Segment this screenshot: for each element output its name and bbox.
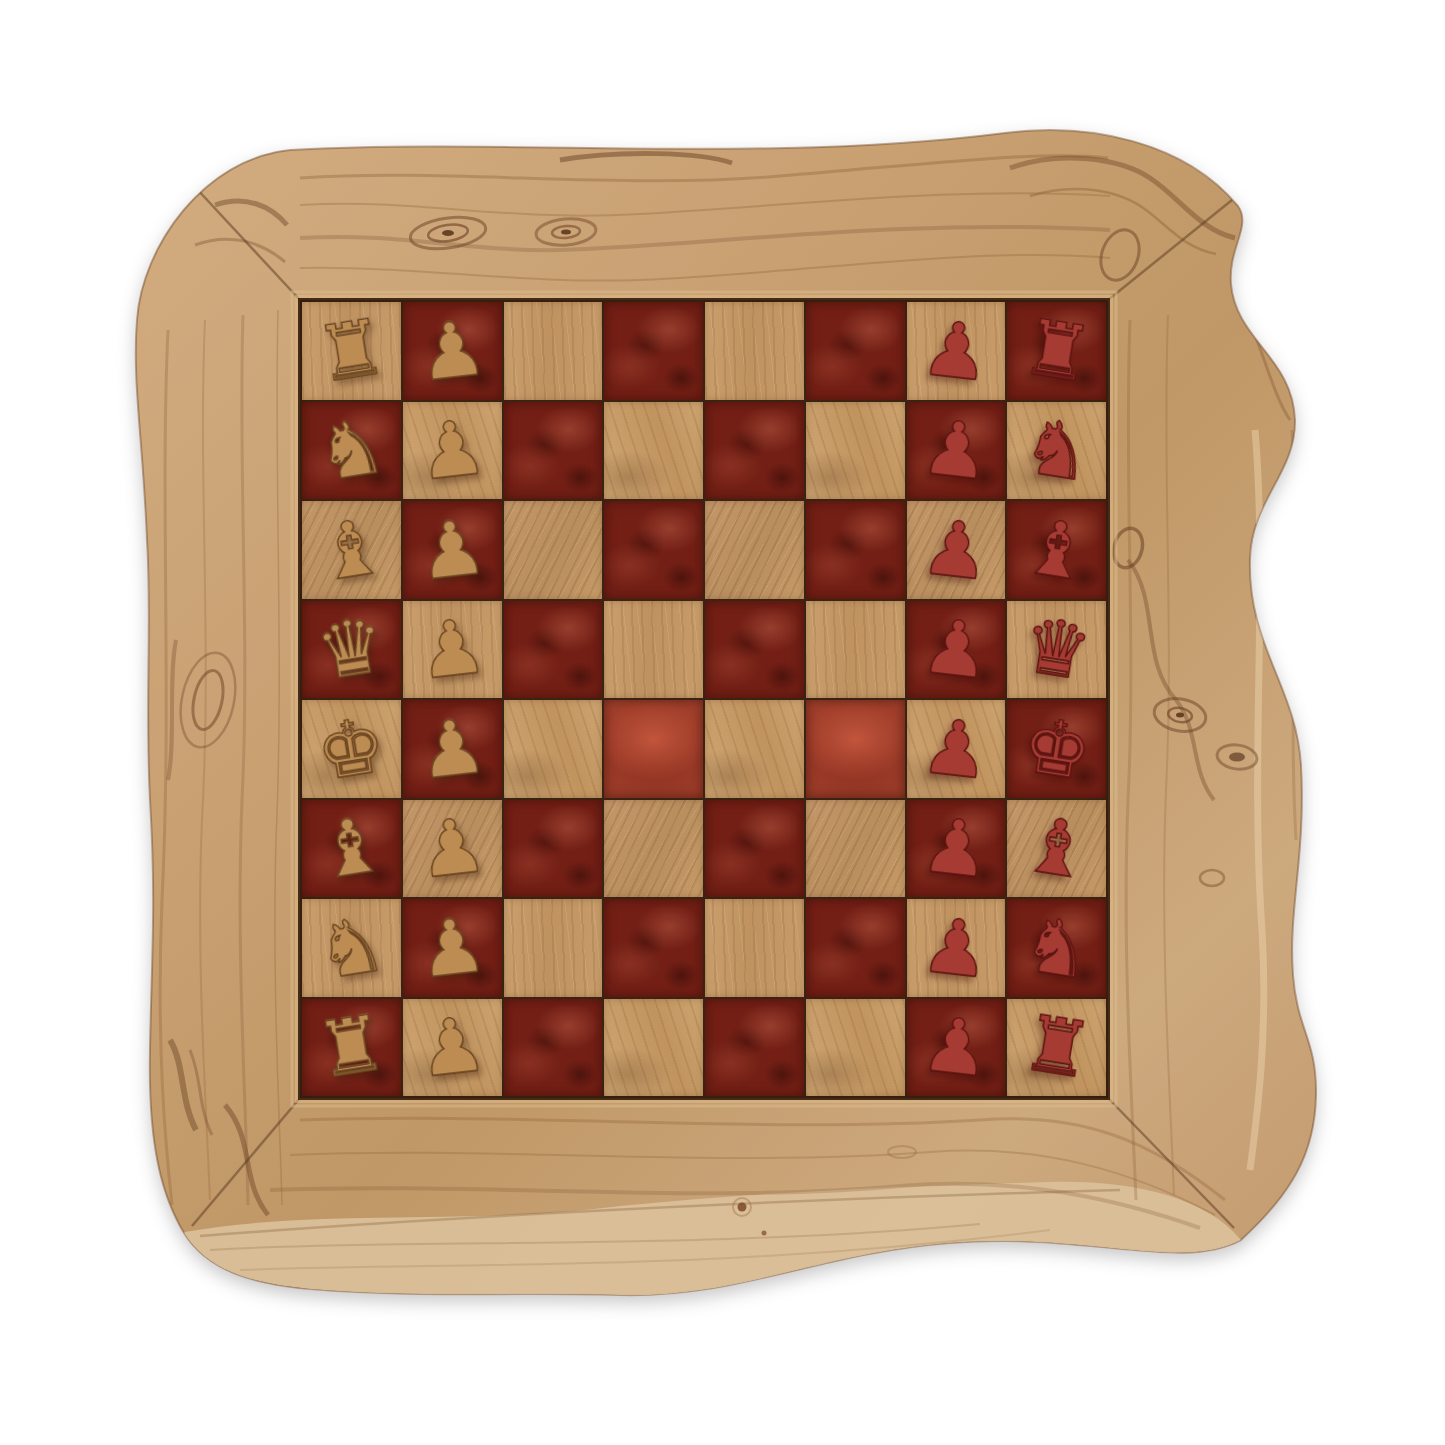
square-a1[interactable]: ♜ xyxy=(302,302,401,400)
square-d1[interactable]: ♛ xyxy=(302,601,401,699)
square-h4[interactable] xyxy=(604,999,703,1097)
square-c6[interactable] xyxy=(806,501,905,599)
piece-white-B-c1[interactable]: ♝ xyxy=(312,507,391,593)
square-c1[interactable]: ♝ xyxy=(302,501,401,599)
square-d8[interactable]: ♛ xyxy=(1007,601,1106,699)
square-d7[interactable]: ♟ xyxy=(907,601,1006,699)
square-e7[interactable]: ♟ xyxy=(907,700,1006,798)
square-g8[interactable]: ♞ xyxy=(1007,899,1106,997)
piece-red-P-d7[interactable]: ♟ xyxy=(918,608,994,691)
square-f4[interactable] xyxy=(604,800,703,898)
square-e2[interactable]: ♟ xyxy=(403,700,502,798)
piece-red-P-g7[interactable]: ♟ xyxy=(918,906,994,989)
piece-white-R-h1[interactable]: ♜ xyxy=(312,1004,391,1090)
square-b8[interactable]: ♞ xyxy=(1007,402,1106,500)
square-g1[interactable]: ♞ xyxy=(302,899,401,997)
piece-red-P-e7[interactable]: ♟ xyxy=(918,707,994,790)
square-f7[interactable]: ♟ xyxy=(907,800,1006,898)
piece-white-P-f2[interactable]: ♟ xyxy=(414,807,490,890)
piece-red-Q-d8[interactable]: ♛ xyxy=(1017,606,1096,692)
square-c3[interactable] xyxy=(504,501,603,599)
square-e3[interactable] xyxy=(504,700,603,798)
square-h1[interactable]: ♜ xyxy=(302,999,401,1097)
square-h5[interactable] xyxy=(705,999,804,1097)
square-f2[interactable]: ♟ xyxy=(403,800,502,898)
piece-white-R-a1[interactable]: ♜ xyxy=(312,308,391,394)
piece-white-P-g2[interactable]: ♟ xyxy=(414,906,490,989)
square-a4[interactable] xyxy=(604,302,703,400)
square-c8[interactable]: ♝ xyxy=(1007,501,1106,599)
square-b3[interactable] xyxy=(504,402,603,500)
piece-red-P-a7[interactable]: ♟ xyxy=(918,309,994,392)
chessboard-photo: ♜♟♟♜♞♟♟♞♝♟♟♝♛♟♟♛♚♟♟♚♝♟♟♝♞♟♟♞♜♟♟♜ xyxy=(0,0,1445,1445)
piece-white-N-b1[interactable]: ♞ xyxy=(312,407,391,493)
square-a8[interactable]: ♜ xyxy=(1007,302,1106,400)
square-a7[interactable]: ♟ xyxy=(907,302,1006,400)
square-b2[interactable]: ♟ xyxy=(403,402,502,500)
piece-red-N-b8[interactable]: ♞ xyxy=(1017,407,1096,493)
square-g2[interactable]: ♟ xyxy=(403,899,502,997)
square-e1[interactable]: ♚ xyxy=(302,700,401,798)
square-g4[interactable] xyxy=(604,899,703,997)
piece-white-P-e2[interactable]: ♟ xyxy=(414,707,490,790)
square-f3[interactable] xyxy=(504,800,603,898)
square-g3[interactable] xyxy=(504,899,603,997)
square-b1[interactable]: ♞ xyxy=(302,402,401,500)
square-g5[interactable] xyxy=(705,899,804,997)
square-b4[interactable] xyxy=(604,402,703,500)
piece-white-B-f1[interactable]: ♝ xyxy=(312,805,391,891)
piece-red-P-b7[interactable]: ♟ xyxy=(918,409,994,492)
square-h7[interactable]: ♟ xyxy=(907,999,1006,1097)
square-f8[interactable]: ♝ xyxy=(1007,800,1106,898)
square-g6[interactable] xyxy=(806,899,905,997)
piece-red-K-e8[interactable]: ♚ xyxy=(1017,706,1096,792)
square-d5[interactable] xyxy=(705,601,804,699)
square-h8[interactable]: ♜ xyxy=(1007,999,1106,1097)
piece-white-N-g1[interactable]: ♞ xyxy=(312,905,391,991)
square-a6[interactable] xyxy=(806,302,905,400)
square-c5[interactable] xyxy=(705,501,804,599)
square-e6[interactable] xyxy=(806,700,905,798)
square-d3[interactable] xyxy=(504,601,603,699)
piece-red-P-f7[interactable]: ♟ xyxy=(918,807,994,890)
piece-red-P-h7[interactable]: ♟ xyxy=(918,1006,994,1089)
square-d6[interactable] xyxy=(806,601,905,699)
square-h3[interactable] xyxy=(504,999,603,1097)
square-c4[interactable] xyxy=(604,501,703,599)
piece-white-Q-d1[interactable]: ♛ xyxy=(312,606,391,692)
piece-red-R-h8[interactable]: ♜ xyxy=(1017,1004,1096,1090)
piece-red-P-c7[interactable]: ♟ xyxy=(918,508,994,591)
square-h6[interactable] xyxy=(806,999,905,1097)
square-b7[interactable]: ♟ xyxy=(907,402,1006,500)
square-e5[interactable] xyxy=(705,700,804,798)
square-d4[interactable] xyxy=(604,601,703,699)
square-f5[interactable] xyxy=(705,800,804,898)
piece-white-P-d2[interactable]: ♟ xyxy=(414,608,490,691)
piece-white-P-c2[interactable]: ♟ xyxy=(414,508,490,591)
square-a2[interactable]: ♟ xyxy=(403,302,502,400)
square-c7[interactable]: ♟ xyxy=(907,501,1006,599)
piece-red-B-f8[interactable]: ♝ xyxy=(1017,805,1096,891)
piece-red-R-a8[interactable]: ♜ xyxy=(1017,308,1096,394)
square-f1[interactable]: ♝ xyxy=(302,800,401,898)
square-g7[interactable]: ♟ xyxy=(907,899,1006,997)
square-b6[interactable] xyxy=(806,402,905,500)
piece-white-P-a2[interactable]: ♟ xyxy=(414,309,490,392)
chess-board[interactable]: ♜♟♟♜♞♟♟♞♝♟♟♝♛♟♟♛♚♟♟♚♝♟♟♝♞♟♟♞♜♟♟♜ xyxy=(298,298,1110,1100)
square-f6[interactable] xyxy=(806,800,905,898)
square-c2[interactable]: ♟ xyxy=(403,501,502,599)
piece-white-P-h2[interactable]: ♟ xyxy=(414,1006,490,1089)
square-e8[interactable]: ♚ xyxy=(1007,700,1106,798)
square-e4[interactable] xyxy=(604,700,703,798)
square-a3[interactable] xyxy=(504,302,603,400)
piece-red-N-g8[interactable]: ♞ xyxy=(1017,905,1096,991)
piece-white-K-e1[interactable]: ♚ xyxy=(312,706,391,792)
square-d2[interactable]: ♟ xyxy=(403,601,502,699)
square-b5[interactable] xyxy=(705,402,804,500)
square-a5[interactable] xyxy=(705,302,804,400)
piece-red-B-c8[interactable]: ♝ xyxy=(1017,507,1096,593)
square-h2[interactable]: ♟ xyxy=(403,999,502,1097)
piece-white-P-b2[interactable]: ♟ xyxy=(414,409,490,492)
